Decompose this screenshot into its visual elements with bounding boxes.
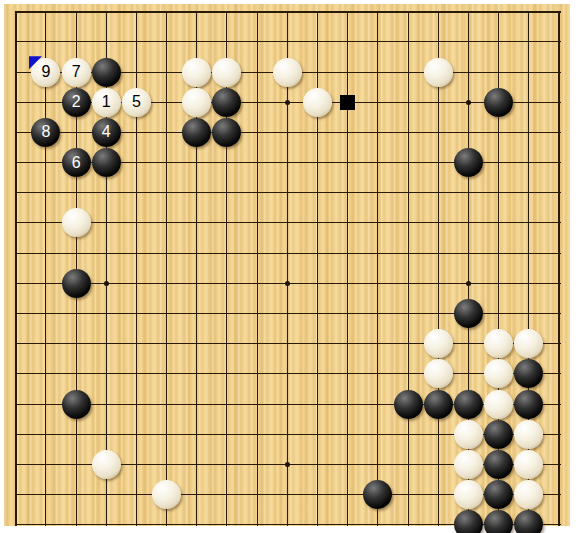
white-stone[interactable] — [62, 208, 91, 237]
white-stone[interactable] — [212, 58, 241, 87]
black-stone[interactable] — [514, 510, 543, 533]
black-stone[interactable] — [484, 450, 513, 479]
grid-horizontal-line — [15, 373, 561, 374]
go-board[interactable]: 97215846 — [4, 4, 570, 526]
move-number-label: 5 — [132, 94, 141, 110]
move-number-label: 8 — [42, 124, 51, 140]
white-stone[interactable] — [514, 450, 543, 479]
grid-vertical-line — [558, 11, 560, 526]
grid-vertical-line — [287, 11, 288, 526]
black-stone[interactable] — [514, 390, 543, 419]
white-stone[interactable] — [484, 359, 513, 388]
square-marker — [340, 95, 355, 110]
black-stone[interactable] — [454, 148, 483, 177]
black-stone[interactable] — [92, 148, 121, 177]
black-stone[interactable]: 4 — [92, 118, 121, 147]
move-number-label: 1 — [102, 94, 111, 110]
star-point — [285, 100, 290, 105]
black-stone[interactable] — [182, 118, 211, 147]
grid-horizontal-line — [15, 11, 561, 13]
white-stone[interactable] — [92, 450, 121, 479]
black-stone[interactable] — [92, 58, 121, 87]
black-stone[interactable] — [424, 390, 453, 419]
white-stone[interactable] — [424, 359, 453, 388]
black-stone[interactable] — [454, 390, 483, 419]
white-stone[interactable] — [273, 58, 302, 87]
white-stone[interactable] — [424, 329, 453, 358]
star-point — [466, 281, 471, 286]
grid-horizontal-line — [15, 192, 561, 193]
black-stone[interactable] — [484, 510, 513, 533]
black-stone[interactable] — [454, 299, 483, 328]
white-stone[interactable]: 5 — [122, 88, 151, 117]
black-stone[interactable]: 8 — [31, 118, 60, 147]
move-number-label: 9 — [42, 64, 51, 80]
black-stone[interactable] — [212, 118, 241, 147]
white-stone[interactable] — [454, 480, 483, 509]
grid-horizontal-line — [15, 343, 561, 344]
black-stone[interactable] — [484, 420, 513, 449]
black-stone[interactable]: 6 — [62, 148, 91, 177]
white-stone[interactable] — [182, 88, 211, 117]
black-stone[interactable] — [363, 480, 392, 509]
grid-horizontal-line — [15, 41, 561, 42]
black-stone[interactable] — [514, 359, 543, 388]
move-number-label: 6 — [72, 155, 81, 171]
go-diagram-frame: 97215846 — [0, 0, 578, 533]
white-stone[interactable] — [484, 329, 513, 358]
move-number-label: 2 — [72, 94, 81, 110]
black-stone[interactable] — [454, 510, 483, 533]
move-number-label: 4 — [102, 124, 111, 140]
white-stone[interactable] — [514, 420, 543, 449]
white-stone[interactable] — [424, 58, 453, 87]
black-stone[interactable] — [484, 88, 513, 117]
white-stone[interactable] — [484, 390, 513, 419]
grid-vertical-line — [377, 11, 378, 526]
grid-vertical-line — [45, 11, 46, 526]
black-stone[interactable]: 2 — [62, 88, 91, 117]
grid-vertical-line — [347, 11, 348, 526]
black-stone[interactable] — [62, 269, 91, 298]
grid-horizontal-line — [15, 222, 561, 223]
white-stone[interactable] — [182, 58, 211, 87]
star-point — [466, 100, 471, 105]
grid-vertical-line — [528, 11, 529, 526]
white-stone[interactable] — [303, 88, 332, 117]
grid-vertical-line — [257, 11, 258, 526]
black-stone[interactable] — [212, 88, 241, 117]
black-stone[interactable] — [484, 480, 513, 509]
white-stone[interactable] — [454, 420, 483, 449]
white-stone[interactable] — [454, 450, 483, 479]
move-number-label: 7 — [72, 64, 81, 80]
black-stone[interactable] — [394, 390, 423, 419]
white-stone[interactable] — [514, 329, 543, 358]
white-stone[interactable] — [152, 480, 181, 509]
star-point — [104, 281, 109, 286]
white-stone[interactable]: 7 — [62, 58, 91, 87]
grid-vertical-line — [15, 11, 17, 526]
black-stone[interactable] — [62, 390, 91, 419]
grid-vertical-line — [438, 11, 439, 526]
star-point — [285, 281, 290, 286]
grid-vertical-line — [468, 11, 469, 526]
star-point — [285, 462, 290, 467]
white-stone[interactable]: 1 — [92, 88, 121, 117]
white-stone[interactable] — [514, 480, 543, 509]
grid-vertical-line — [166, 11, 167, 526]
grid-vertical-line — [408, 11, 409, 526]
grid-horizontal-line — [15, 253, 561, 254]
